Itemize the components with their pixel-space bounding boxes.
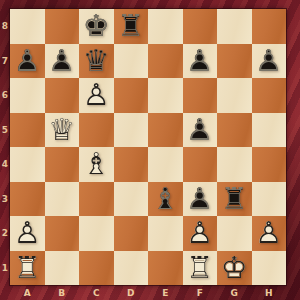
white-bishop[interactable]: ♝♗: [79, 147, 114, 182]
square-a1[interactable]: ♜♖: [10, 251, 45, 286]
bishop-outline-glyph: ♗: [148, 182, 183, 217]
white-king[interactable]: ♚♔: [217, 251, 252, 286]
rank-label-5: 5: [0, 113, 10, 148]
rook-glyph: ♜: [114, 9, 149, 44]
square-a8[interactable]: [10, 9, 45, 44]
square-g5[interactable]: [217, 113, 252, 148]
file-label-b: B: [45, 285, 80, 300]
white-pawn[interactable]: ♟♙: [10, 216, 45, 251]
square-f2[interactable]: ♟♙: [183, 216, 218, 251]
square-f7[interactable]: ♟♙: [183, 44, 218, 79]
file-label-d: D: [114, 285, 149, 300]
rank-label-4: 4: [0, 147, 10, 182]
pawn-glyph: ♟: [45, 44, 80, 79]
pawn-outline-glyph: ♙: [183, 44, 218, 79]
queen-outline-glyph: ♕: [79, 44, 114, 79]
rook-outline-glyph: ♖: [217, 182, 252, 217]
rank-label-3: 3: [0, 182, 10, 217]
square-a6[interactable]: [10, 78, 45, 113]
black-pawn[interactable]: ♟♙: [45, 44, 80, 79]
rook-outline-glyph: ♖: [114, 9, 149, 44]
file-labels: ABCDEFGH: [10, 285, 286, 300]
square-f6[interactable]: [183, 78, 218, 113]
square-g3[interactable]: ♜♖: [217, 182, 252, 217]
square-c2[interactable]: [79, 216, 114, 251]
pawn-glyph: ♟: [252, 216, 287, 251]
square-e5[interactable]: [148, 113, 183, 148]
square-d1[interactable]: [114, 251, 149, 286]
rank-label-2: 2: [0, 216, 10, 251]
square-e4[interactable]: [148, 147, 183, 182]
square-e6[interactable]: [148, 78, 183, 113]
king-outline-glyph: ♔: [79, 9, 114, 44]
chess-board: ♚♔♜♖♟♙♟♙♛♕♟♙♟♙♟♙♛♕♟♙♝♗♝♗♟♙♜♖♟♙♟♙♟♙♜♖♜♖♚♔: [10, 9, 286, 285]
pawn-outline-glyph: ♙: [10, 216, 45, 251]
square-h1[interactable]: [252, 251, 287, 286]
square-c5[interactable]: [79, 113, 114, 148]
pawn-glyph: ♟: [79, 78, 114, 113]
white-pawn[interactable]: ♟♙: [252, 216, 287, 251]
square-d7[interactable]: [114, 44, 149, 79]
black-rook[interactable]: ♜♖: [217, 182, 252, 217]
square-e2[interactable]: [148, 216, 183, 251]
rank-label-6: 6: [0, 78, 10, 113]
rank-labels: 87654321: [0, 9, 10, 285]
file-label-c: C: [79, 285, 114, 300]
pawn-glyph: ♟: [10, 216, 45, 251]
pawn-outline-glyph: ♙: [79, 78, 114, 113]
pawn-glyph: ♟: [183, 182, 218, 217]
file-label-f: F: [183, 285, 218, 300]
pawn-outline-glyph: ♙: [252, 216, 287, 251]
square-d3[interactable]: [114, 182, 149, 217]
square-e3[interactable]: ♝♗: [148, 182, 183, 217]
square-h2[interactable]: ♟♙: [252, 216, 287, 251]
black-pawn[interactable]: ♟♙: [183, 44, 218, 79]
file-label-h: H: [252, 285, 287, 300]
square-g6[interactable]: [217, 78, 252, 113]
square-h4[interactable]: [252, 147, 287, 182]
rook-outline-glyph: ♖: [183, 251, 218, 286]
square-c1[interactable]: [79, 251, 114, 286]
queen-outline-glyph: ♕: [45, 113, 80, 148]
square-e7[interactable]: [148, 44, 183, 79]
rank-label-1: 1: [0, 251, 10, 286]
rook-glyph: ♜: [183, 251, 218, 286]
square-h3[interactable]: [252, 182, 287, 217]
square-b2[interactable]: [45, 216, 80, 251]
square-h6[interactable]: [252, 78, 287, 113]
square-d8[interactable]: ♜♖: [114, 9, 149, 44]
white-rook[interactable]: ♜♖: [183, 251, 218, 286]
square-h8[interactable]: [252, 9, 287, 44]
rank-label-7: 7: [0, 44, 10, 79]
black-king[interactable]: ♚♔: [79, 9, 114, 44]
square-f1[interactable]: ♜♖: [183, 251, 218, 286]
king-glyph: ♚: [217, 251, 252, 286]
square-c6[interactable]: ♟♙: [79, 78, 114, 113]
square-e1[interactable]: [148, 251, 183, 286]
square-h7[interactable]: ♟♙: [252, 44, 287, 79]
black-queen[interactable]: ♛♕: [79, 44, 114, 79]
square-c3[interactable]: [79, 182, 114, 217]
square-b1[interactable]: [45, 251, 80, 286]
square-g8[interactable]: [217, 9, 252, 44]
pawn-outline-glyph: ♙: [10, 44, 45, 79]
white-pawn[interactable]: ♟♙: [79, 78, 114, 113]
pawn-outline-glyph: ♙: [183, 182, 218, 217]
rook-glyph: ♜: [10, 251, 45, 286]
square-f8[interactable]: [183, 9, 218, 44]
pawn-outline-glyph: ♙: [183, 113, 218, 148]
black-rook[interactable]: ♜♖: [114, 9, 149, 44]
square-f5[interactable]: ♟♙: [183, 113, 218, 148]
bishop-glyph: ♝: [79, 147, 114, 182]
white-queen[interactable]: ♛♕: [45, 113, 80, 148]
black-pawn[interactable]: ♟♙: [252, 44, 287, 79]
file-label-g: G: [217, 285, 252, 300]
square-g7[interactable]: [217, 44, 252, 79]
square-g4[interactable]: [217, 147, 252, 182]
rook-outline-glyph: ♖: [10, 251, 45, 286]
square-b7[interactable]: ♟♙: [45, 44, 80, 79]
bishop-outline-glyph: ♗: [79, 147, 114, 182]
square-a4[interactable]: [10, 147, 45, 182]
white-rook[interactable]: ♜♖: [10, 251, 45, 286]
black-pawn[interactable]: ♟♙: [183, 113, 218, 148]
square-d4[interactable]: [114, 147, 149, 182]
square-d2[interactable]: [114, 216, 149, 251]
square-c7[interactable]: ♛♕: [79, 44, 114, 79]
pawn-glyph: ♟: [10, 44, 45, 79]
pawn-glyph: ♟: [183, 216, 218, 251]
rook-glyph: ♜: [217, 182, 252, 217]
square-g1[interactable]: ♚♔: [217, 251, 252, 286]
square-c8[interactable]: ♚♔: [79, 9, 114, 44]
rank-label-8: 8: [0, 9, 10, 44]
square-d6[interactable]: [114, 78, 149, 113]
square-b3[interactable]: [45, 182, 80, 217]
pawn-glyph: ♟: [183, 44, 218, 79]
square-a7[interactable]: ♟♙: [10, 44, 45, 79]
pawn-outline-glyph: ♙: [252, 44, 287, 79]
file-label-e: E: [148, 285, 183, 300]
square-e8[interactable]: [148, 9, 183, 44]
black-pawn[interactable]: ♟♙: [183, 182, 218, 217]
king-glyph: ♚: [79, 9, 114, 44]
square-a3[interactable]: [10, 182, 45, 217]
king-outline-glyph: ♔: [217, 251, 252, 286]
square-d5[interactable]: [114, 113, 149, 148]
square-f4[interactable]: [183, 147, 218, 182]
queen-glyph: ♛: [79, 44, 114, 79]
black-bishop[interactable]: ♝♗: [148, 182, 183, 217]
black-pawn[interactable]: ♟♙: [10, 44, 45, 79]
pawn-outline-glyph: ♙: [45, 44, 80, 79]
queen-glyph: ♛: [45, 113, 80, 148]
square-h5[interactable]: [252, 113, 287, 148]
square-c4[interactable]: ♝♗: [79, 147, 114, 182]
bishop-glyph: ♝: [148, 182, 183, 217]
file-label-a: A: [10, 285, 45, 300]
white-pawn[interactable]: ♟♙: [183, 216, 218, 251]
square-f3[interactable]: ♟♙: [183, 182, 218, 217]
square-b4[interactable]: [45, 147, 80, 182]
square-g2[interactable]: [217, 216, 252, 251]
square-a2[interactable]: ♟♙: [10, 216, 45, 251]
square-b8[interactable]: [45, 9, 80, 44]
board-frame: 87654321 ABCDEFGH ♚♔♜♖♟♙♟♙♛♕♟♙♟♙♟♙♛♕♟♙♝♗…: [0, 0, 300, 300]
square-b6[interactable]: [45, 78, 80, 113]
pawn-glyph: ♟: [252, 44, 287, 79]
square-b5[interactable]: ♛♕: [45, 113, 80, 148]
pawn-outline-glyph: ♙: [183, 216, 218, 251]
pawn-glyph: ♟: [183, 113, 218, 148]
square-a5[interactable]: [10, 113, 45, 148]
